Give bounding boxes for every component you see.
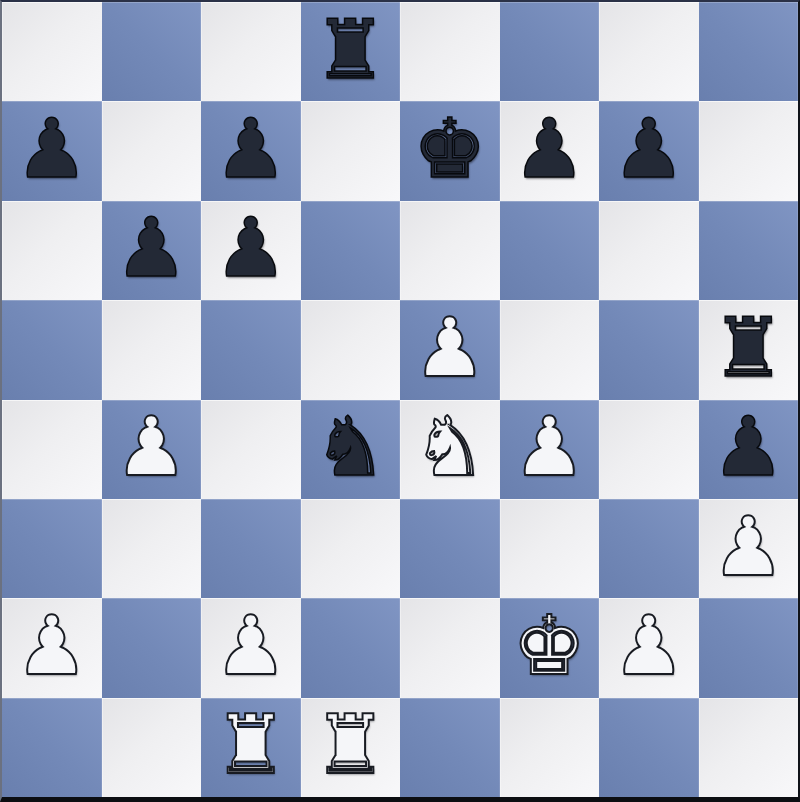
square-h3[interactable]: ♟ (699, 499, 799, 598)
square-d6[interactable] (301, 201, 401, 300)
square-e4[interactable]: ♞ (400, 400, 500, 499)
square-h7[interactable] (699, 101, 799, 200)
square-g7[interactable]: ♟ (599, 101, 699, 200)
square-h4[interactable]: ♟ (699, 400, 799, 499)
square-d4[interactable]: ♞ (301, 400, 401, 499)
square-b4[interactable]: ♟ (102, 400, 202, 499)
square-d1[interactable]: ♜ (301, 698, 401, 797)
square-h8[interactable] (699, 2, 799, 101)
square-b5[interactable] (102, 300, 202, 399)
square-b8[interactable] (102, 2, 202, 101)
square-f8[interactable] (500, 2, 600, 101)
square-g8[interactable] (599, 2, 699, 101)
square-b3[interactable] (102, 499, 202, 598)
square-d7[interactable] (301, 101, 401, 200)
chess-board: ♜♟♟♚♟♟♟♟♟♜♟♞♞♟♟♟♟♟♚♟♜♜ (0, 0, 800, 802)
square-g6[interactable] (599, 201, 699, 300)
square-a6[interactable] (2, 201, 102, 300)
square-c8[interactable] (201, 2, 301, 101)
square-e8[interactable] (400, 2, 500, 101)
square-h6[interactable] (699, 201, 799, 300)
white-rook-d1[interactable]: ♜ (313, 704, 387, 786)
square-c2[interactable]: ♟ (201, 598, 301, 697)
square-g2[interactable]: ♟ (599, 598, 699, 697)
square-c7[interactable]: ♟ (201, 101, 301, 200)
square-a7[interactable]: ♟ (2, 101, 102, 200)
white-rook-c1[interactable]: ♜ (214, 704, 288, 786)
black-pawn-g7[interactable]: ♟ (612, 108, 686, 190)
square-h2[interactable] (699, 598, 799, 697)
white-pawn-e5[interactable]: ♟ (413, 307, 487, 389)
square-h1[interactable] (699, 698, 799, 797)
white-pawn-g2[interactable]: ♟ (612, 605, 686, 687)
square-c1[interactable]: ♜ (201, 698, 301, 797)
square-f2[interactable]: ♚ (500, 598, 600, 697)
square-c4[interactable] (201, 400, 301, 499)
square-g3[interactable] (599, 499, 699, 598)
square-g1[interactable] (599, 698, 699, 797)
square-g5[interactable] (599, 300, 699, 399)
black-king-e7[interactable]: ♚ (413, 108, 487, 190)
black-knight-d4[interactable]: ♞ (313, 406, 387, 488)
black-rook-h5[interactable]: ♜ (711, 307, 785, 389)
square-d8[interactable]: ♜ (301, 2, 401, 101)
white-pawn-c2[interactable]: ♟ (214, 605, 288, 687)
square-e1[interactable] (400, 698, 500, 797)
square-h5[interactable]: ♜ (699, 300, 799, 399)
black-pawn-c6[interactable]: ♟ (214, 207, 288, 289)
square-a2[interactable]: ♟ (2, 598, 102, 697)
square-d3[interactable] (301, 499, 401, 598)
black-pawn-h4[interactable]: ♟ (711, 406, 785, 488)
square-b7[interactable] (102, 101, 202, 200)
square-c3[interactable] (201, 499, 301, 598)
square-a4[interactable] (2, 400, 102, 499)
square-e7[interactable]: ♚ (400, 101, 500, 200)
square-f5[interactable] (500, 300, 600, 399)
square-f1[interactable] (500, 698, 600, 797)
square-e5[interactable]: ♟ (400, 300, 500, 399)
square-f3[interactable] (500, 499, 600, 598)
square-e6[interactable] (400, 201, 500, 300)
black-pawn-c7[interactable]: ♟ (214, 108, 288, 190)
square-a3[interactable] (2, 499, 102, 598)
square-c5[interactable] (201, 300, 301, 399)
square-b2[interactable] (102, 598, 202, 697)
black-pawn-f7[interactable]: ♟ (512, 108, 586, 190)
square-d2[interactable] (301, 598, 401, 697)
white-pawn-f4[interactable]: ♟ (512, 406, 586, 488)
square-f4[interactable]: ♟ (500, 400, 600, 499)
square-c6[interactable]: ♟ (201, 201, 301, 300)
square-a8[interactable] (2, 2, 102, 101)
square-b1[interactable] (102, 698, 202, 797)
square-e3[interactable] (400, 499, 500, 598)
white-king-f2[interactable]: ♚ (512, 605, 586, 687)
black-pawn-b6[interactable]: ♟ (114, 207, 188, 289)
square-e2[interactable] (400, 598, 500, 697)
square-a1[interactable] (2, 698, 102, 797)
square-f6[interactable] (500, 201, 600, 300)
white-pawn-a2[interactable]: ♟ (15, 605, 89, 687)
white-knight-e4[interactable]: ♞ (413, 406, 487, 488)
square-f7[interactable]: ♟ (500, 101, 600, 200)
square-b6[interactable]: ♟ (102, 201, 202, 300)
white-pawn-b4[interactable]: ♟ (114, 406, 188, 488)
square-a5[interactable] (2, 300, 102, 399)
white-pawn-h3[interactable]: ♟ (711, 506, 785, 588)
black-pawn-a7[interactable]: ♟ (15, 108, 89, 190)
square-d5[interactable] (301, 300, 401, 399)
black-rook-d8[interactable]: ♜ (313, 9, 387, 91)
square-g4[interactable] (599, 400, 699, 499)
